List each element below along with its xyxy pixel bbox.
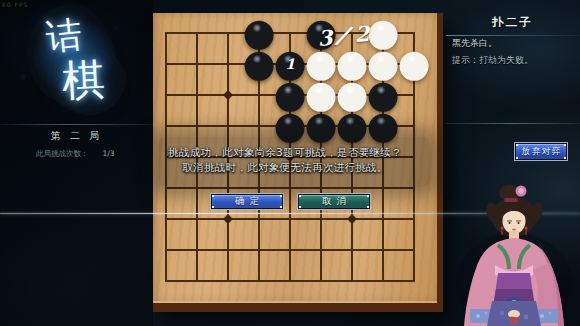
cancel-button[interactable]: 取消 [297,193,371,210]
confirm-button[interactable]: 确定 [210,193,284,210]
round-title: 第 二 局 [0,129,153,143]
puzzle-title: 扑二子 [445,15,580,30]
challenge-counter: 此局挑战次数：1/3 [36,149,146,159]
confirm-button-label: 确定 [212,195,282,208]
move-number-label: 2 [354,23,370,45]
puzzle-hint: 提示：打劫为失败。 [452,54,533,67]
cancel-button-label: 取消 [299,195,369,208]
move-number-label: 1 [285,57,295,71]
dialog-text-line1: 挑战成功，此对象尚余3题可挑战，是否要继续？ [143,146,427,160]
game-screen: 60 FPS 诘 棋 第 二 局 此局挑战次数：1/3 ●●●●●●●●●●●●… [0,0,580,326]
dialog-text-line2: 取消挑战时，此对象便无法再次进行挑战。 [143,161,427,175]
left-sidebar: 诘 棋 第 二 局 此局挑战次数：1/3 [0,0,153,326]
logo-character: 棋 [61,51,107,111]
character-illustration [448,183,580,326]
challenge-label: 此局挑战次数： [36,149,89,158]
divider [446,123,580,124]
divider [0,124,153,125]
divider [446,35,580,36]
challenge-count: 1/3 [103,149,115,158]
resign-button-label: 放弃对弈 [516,144,566,159]
puzzle-objective: 黑先杀白。 [452,37,497,50]
tsumego-logo: 诘 棋 [18,4,133,119]
resign-button[interactable]: 放弃对弈 [514,142,568,161]
move-number-label: 3 [317,27,333,49]
